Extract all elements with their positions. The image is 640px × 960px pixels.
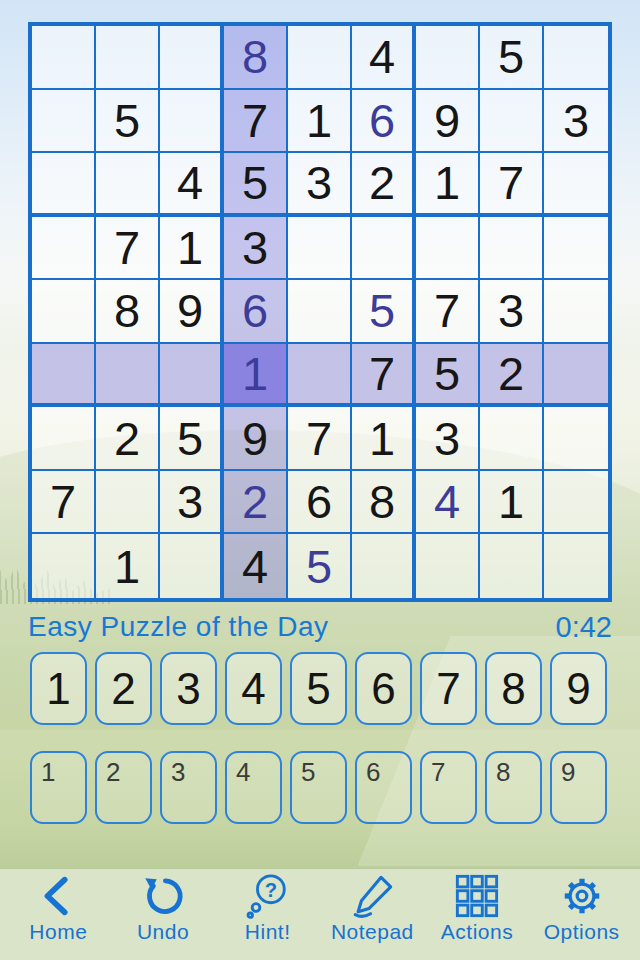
cell-r7c4[interactable]: 9 <box>224 407 288 471</box>
cell-r1c3[interactable] <box>160 26 224 90</box>
cell-r8c6[interactable]: 8 <box>352 471 416 535</box>
cell-r4c1[interactable] <box>32 217 96 281</box>
cell-r2c4[interactable]: 7 <box>224 90 288 154</box>
cell-r2c1[interactable] <box>32 90 96 154</box>
note-button-4[interactable]: 4 <box>225 751 282 824</box>
toolbar-button-actions[interactable]: Actions <box>425 873 530 960</box>
options-icon <box>559 873 605 919</box>
cell-r9c6[interactable] <box>352 534 416 598</box>
cell-r1c9[interactable] <box>544 26 608 90</box>
note-button-1[interactable]: 1 <box>30 751 87 824</box>
cell-r2c8[interactable] <box>480 90 544 154</box>
number-button-5[interactable]: 5 <box>290 652 347 725</box>
number-button-9[interactable]: 9 <box>550 652 607 725</box>
cell-r1c2[interactable] <box>96 26 160 90</box>
cell-r8c2[interactable] <box>96 471 160 535</box>
cell-r1c5[interactable] <box>288 26 352 90</box>
cell-r8c7[interactable]: 4 <box>416 471 480 535</box>
cell-r9c7[interactable] <box>416 534 480 598</box>
cell-r4c5[interactable] <box>288 217 352 281</box>
cell-r6c4[interactable]: 1 <box>224 344 288 408</box>
cell-r8c9[interactable] <box>544 471 608 535</box>
cell-r3c2[interactable] <box>96 153 160 217</box>
note-button-2[interactable]: 2 <box>95 751 152 824</box>
status-row: Easy Puzzle of the Day 0:42 <box>28 604 612 650</box>
cell-r8c1[interactable]: 7 <box>32 471 96 535</box>
number-button-7[interactable]: 7 <box>420 652 477 725</box>
cell-r6c9[interactable] <box>544 344 608 408</box>
cell-r8c4[interactable]: 2 <box>224 471 288 535</box>
toolbar-button-notepad[interactable]: Notepad <box>320 873 425 960</box>
cell-r9c9[interactable] <box>544 534 608 598</box>
toolbar: HomeUndo?Hint!NotepadActionsOptions <box>0 868 640 960</box>
cell-r6c1[interactable] <box>32 344 96 408</box>
toolbar-label-hint: Hint! <box>245 920 291 944</box>
cell-r7c6[interactable]: 1 <box>352 407 416 471</box>
note-button-6[interactable]: 6 <box>355 751 412 824</box>
cell-r3c6[interactable]: 2 <box>352 153 416 217</box>
number-button-4[interactable]: 4 <box>225 652 282 725</box>
undo-icon <box>140 873 186 919</box>
note-button-row: 123456789 <box>30 751 610 824</box>
cell-r5c5[interactable] <box>288 280 352 344</box>
cell-r9c3[interactable] <box>160 534 224 598</box>
cell-r4c2[interactable]: 7 <box>96 217 160 281</box>
toolbar-button-undo[interactable]: Undo <box>111 873 216 960</box>
toolbar-button-options[interactable]: Options <box>529 873 634 960</box>
cell-r3c9[interactable] <box>544 153 608 217</box>
toolbar-label-actions: Actions <box>441 920 513 944</box>
cell-r5c6[interactable]: 5 <box>352 280 416 344</box>
cell-r3c7[interactable]: 1 <box>416 153 480 217</box>
cell-r8c5[interactable]: 6 <box>288 471 352 535</box>
toolbar-label-home: Home <box>29 920 87 944</box>
cell-r4c7[interactable] <box>416 217 480 281</box>
note-button-7[interactable]: 7 <box>420 751 477 824</box>
cell-r8c8[interactable]: 1 <box>480 471 544 535</box>
cell-r7c7[interactable]: 3 <box>416 407 480 471</box>
cell-r3c8[interactable]: 7 <box>480 153 544 217</box>
cell-r7c8[interactable] <box>480 407 544 471</box>
cell-r1c8[interactable]: 5 <box>480 26 544 90</box>
cell-r4c8[interactable] <box>480 217 544 281</box>
cell-r9c8[interactable] <box>480 534 544 598</box>
cell-r5c9[interactable] <box>544 280 608 344</box>
cell-r2c6[interactable]: 6 <box>352 90 416 154</box>
cell-r5c1[interactable] <box>32 280 96 344</box>
sudoku-board: 8455716934532177138965731752259713732684… <box>28 22 612 602</box>
cell-r9c4[interactable]: 4 <box>224 534 288 598</box>
cell-r5c7[interactable]: 7 <box>416 280 480 344</box>
toolbar-label-undo: Undo <box>137 920 189 944</box>
cell-r2c3[interactable] <box>160 90 224 154</box>
timer: 0:42 <box>556 611 612 644</box>
cell-r7c5[interactable]: 7 <box>288 407 352 471</box>
cell-r9c5[interactable]: 5 <box>288 534 352 598</box>
cell-r1c4[interactable]: 8 <box>224 26 288 90</box>
cell-r8c3[interactable]: 3 <box>160 471 224 535</box>
cell-r7c1[interactable] <box>32 407 96 471</box>
cell-r2c5[interactable]: 1 <box>288 90 352 154</box>
notepad-icon <box>349 873 395 919</box>
cell-r5c4[interactable]: 6 <box>224 280 288 344</box>
cell-r5c3[interactable]: 9 <box>160 280 224 344</box>
note-button-8[interactable]: 8 <box>485 751 542 824</box>
cell-r3c5[interactable]: 3 <box>288 153 352 217</box>
cell-r7c2[interactable]: 2 <box>96 407 160 471</box>
cell-r5c8[interactable]: 3 <box>480 280 544 344</box>
cell-r9c2[interactable]: 1 <box>96 534 160 598</box>
cell-r6c8[interactable]: 2 <box>480 344 544 408</box>
toolbar-button-hint[interactable]: ?Hint! <box>215 873 320 960</box>
cell-r1c7[interactable] <box>416 26 480 90</box>
cell-r4c4[interactable]: 3 <box>224 217 288 281</box>
cell-r1c1[interactable] <box>32 26 96 90</box>
cell-r2c2[interactable]: 5 <box>96 90 160 154</box>
toolbar-button-home[interactable]: Home <box>6 873 111 960</box>
cell-r2c7[interactable]: 9 <box>416 90 480 154</box>
cell-r2c9[interactable]: 3 <box>544 90 608 154</box>
cell-r5c2[interactable]: 8 <box>96 280 160 344</box>
note-button-9[interactable]: 9 <box>550 751 607 824</box>
cell-r6c6[interactable]: 7 <box>352 344 416 408</box>
cell-r7c3[interactable]: 5 <box>160 407 224 471</box>
toolbar-label-notepad: Notepad <box>331 920 414 944</box>
cell-r3c1[interactable] <box>32 153 96 217</box>
hint-icon: ? <box>245 873 291 919</box>
cell-r7c9[interactable] <box>544 407 608 471</box>
cell-r6c7[interactable]: 5 <box>416 344 480 408</box>
number-button-6[interactable]: 6 <box>355 652 412 725</box>
cell-r3c4[interactable]: 5 <box>224 153 288 217</box>
sudoku-app-screen: 8455716934532177138965731752259713732684… <box>0 0 640 960</box>
cell-r4c3[interactable]: 1 <box>160 217 224 281</box>
puzzle-title: Easy Puzzle of the Day <box>28 611 328 643</box>
toolbar-label-options: Options <box>544 920 620 944</box>
cell-r1c6[interactable]: 4 <box>352 26 416 90</box>
number-button-row: 123456789 <box>30 652 610 725</box>
note-button-5[interactable]: 5 <box>290 751 347 824</box>
cell-r6c2[interactable] <box>96 344 160 408</box>
number-button-3[interactable]: 3 <box>160 652 217 725</box>
note-button-3[interactable]: 3 <box>160 751 217 824</box>
cell-r3c3[interactable]: 4 <box>160 153 224 217</box>
home-icon <box>35 873 81 919</box>
cell-r6c5[interactable] <box>288 344 352 408</box>
svg-text:?: ? <box>264 879 276 901</box>
actions-icon <box>454 873 500 919</box>
cell-r4c6[interactable] <box>352 217 416 281</box>
cell-r9c1[interactable] <box>32 534 96 598</box>
number-button-2[interactable]: 2 <box>95 652 152 725</box>
cell-r4c9[interactable] <box>544 217 608 281</box>
cell-r6c3[interactable] <box>160 344 224 408</box>
number-button-8[interactable]: 8 <box>485 652 542 725</box>
number-button-1[interactable]: 1 <box>30 652 87 725</box>
